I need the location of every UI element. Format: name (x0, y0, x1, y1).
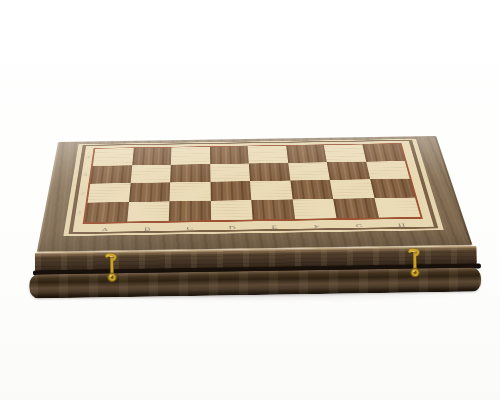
square-d1 (210, 200, 252, 220)
chessboard-squares (85, 144, 421, 222)
brass-latch-left-icon (103, 253, 120, 287)
square-f4 (286, 145, 327, 163)
file-label-e: E (253, 223, 296, 232)
file-label-b: B (126, 225, 169, 234)
file-label-f: F (295, 222, 339, 231)
drop-shadow (36, 288, 466, 300)
square-f2 (290, 180, 333, 199)
square-d2 (210, 181, 251, 200)
square-h2 (370, 179, 415, 198)
square-h1 (374, 197, 420, 217)
file-label-d: D (211, 224, 254, 233)
square-f1 (292, 199, 336, 219)
square-g3 (327, 161, 370, 179)
file-label-g: G (337, 222, 381, 231)
square-g2 (330, 179, 374, 198)
lid-top-perspective: ABCDEFGH 4321 (32, 0, 472, 252)
square-g1 (333, 198, 378, 218)
chessboard-lid-top: ABCDEFGH 4321 (37, 136, 473, 252)
square-e1 (251, 199, 294, 219)
square-e4 (248, 146, 288, 164)
brass-latch-right-icon (406, 248, 423, 282)
file-label-h: H (379, 221, 423, 230)
square-a3 (90, 165, 132, 184)
square-a2 (88, 183, 131, 202)
file-label-c: C (168, 224, 211, 233)
square-b4 (132, 147, 172, 165)
square-e2 (250, 181, 292, 200)
square-c1 (169, 201, 211, 221)
square-b2 (129, 182, 171, 201)
square-f3 (288, 162, 330, 180)
product-photo-stage: ABCDEFGH 4321 (0, 0, 500, 400)
square-c2 (169, 182, 210, 201)
square-h4 (362, 144, 405, 162)
square-h3 (366, 161, 410, 179)
square-c4 (171, 147, 210, 165)
square-d3 (210, 163, 250, 181)
square-b3 (130, 165, 171, 184)
square-a4 (93, 148, 134, 166)
square-e3 (249, 163, 290, 181)
file-label-a: A (83, 226, 126, 235)
square-c3 (170, 164, 210, 182)
square-b1 (127, 201, 170, 221)
square-g4 (324, 144, 366, 162)
square-a1 (85, 202, 129, 222)
square-d4 (210, 146, 249, 164)
chess-case: ABCDEFGH 4321 (27, 114, 482, 301)
